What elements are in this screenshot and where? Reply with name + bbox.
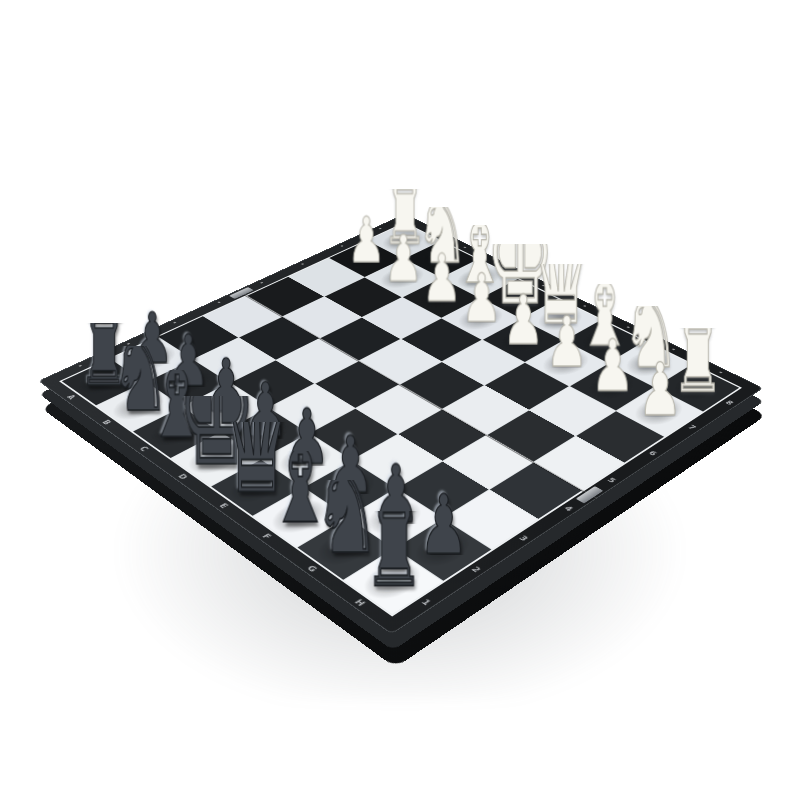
page-root: { "game": "chess", "position": "rnbqkbnr…	[0, 0, 800, 800]
board-face: ♜♟♟♜♞♟♟♞♝♟♟♝♚♟♟♚♛♟♟♛♝♟♟♝♞♟♟♞♜♟♟♜ A1B2C3D…	[38, 214, 763, 635]
piece-white-pawn[interactable]: ♟	[599, 351, 720, 411]
rim-rivet	[217, 301, 221, 303]
rim-rivet	[301, 263, 305, 265]
pawn-glyph: ♟	[637, 361, 681, 419]
rim-rivet	[260, 282, 264, 284]
piece-black-rook[interactable]: ♜	[324, 511, 463, 581]
playfield: ♜♟♟♜♞♟♟♞♝♟♟♝♚♟♟♚♛♟♟♛♝♟♟♝♞♟♟♞♜♟♟♜	[59, 222, 742, 616]
rook-glyph: ♜	[362, 496, 424, 592]
chessboard: ♜♟♟♜♞♟♟♞♝♟♟♝♚♟♟♚♛♟♟♛♝♟♟♝♞♟♟♞♜♟♟♜ A1B2C3D…	[38, 214, 763, 635]
chessboard-scene: ♜♟♟♜♞♟♟♞♝♟♟♝♚♟♟♚♛♟♟♛♝♟♟♝♞♟♟♞♜♟♟♜ A1B2C3D…	[0, 0, 800, 800]
